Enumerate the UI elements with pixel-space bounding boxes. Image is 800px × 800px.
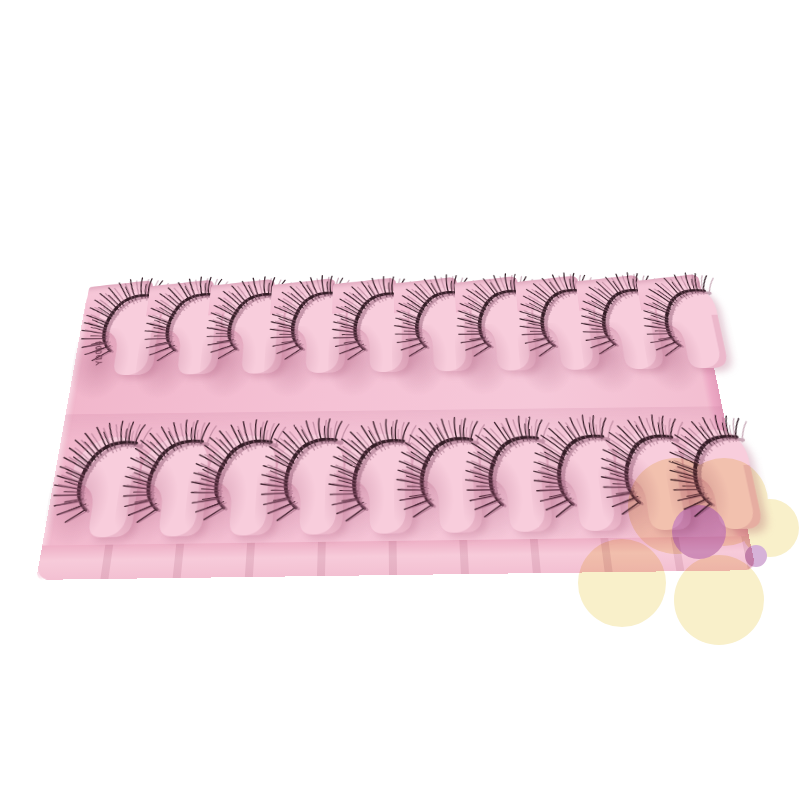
lash-pair-slot [185, 422, 267, 578]
false-eyelash [654, 411, 784, 528]
lash-pair-slot [257, 421, 333, 577]
lash-tray: YD004 [36, 289, 756, 580]
tray-model-label: YD004 [93, 336, 104, 371]
lash-pair-slot [266, 293, 335, 426]
tray-surface: YD004 [36, 289, 756, 580]
lash-row-top: YD004 [67, 289, 721, 428]
false-eyelash [630, 269, 745, 365]
lash-pair-slot [329, 420, 401, 576]
lash-pair-slot [332, 292, 398, 425]
lash-pair-slot [200, 294, 274, 427]
lash-row-bottom [40, 416, 752, 580]
product-photo: YD004 [0, 0, 800, 800]
